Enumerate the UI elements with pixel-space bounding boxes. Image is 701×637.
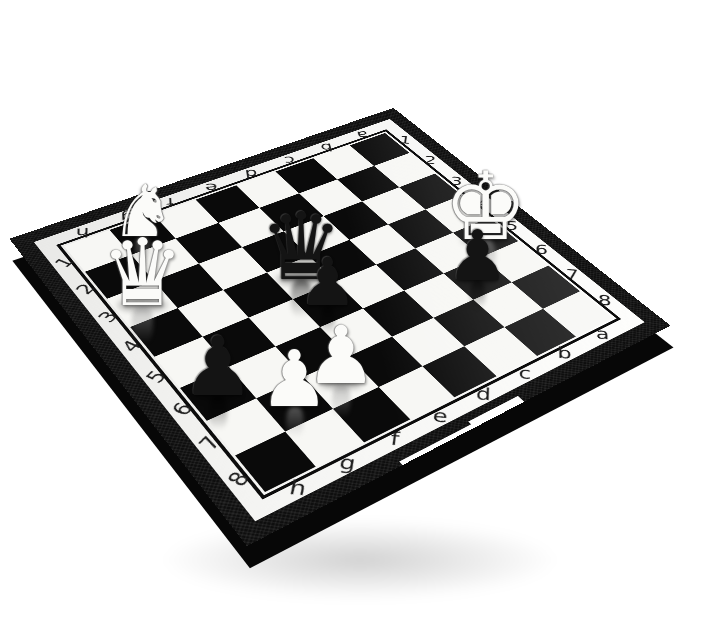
coord-file-top-c: c: [283, 154, 296, 165]
coord-rank-right-1: 1: [398, 135, 411, 146]
coord-file-bottom-h: h: [288, 477, 308, 498]
coord-rank-right-5: 5: [505, 219, 518, 232]
coord-file-top-a: a: [355, 129, 369, 140]
chess-set-product-photo: hgfedcbahgfedcba1234567812345678 ♚♛♞♟♟♛♟…: [0, 0, 701, 637]
coord-rank-right-2: 2: [423, 155, 436, 166]
coord-rank-right-4: 4: [477, 197, 490, 209]
coord-rank-right-7: 7: [565, 267, 579, 281]
coord-file-bottom-b: b: [557, 345, 572, 361]
coord-file-bottom-c: c: [518, 364, 531, 381]
coord-file-bottom-d: d: [475, 385, 491, 403]
board-floor-shadow: [160, 520, 560, 600]
coord-file-top-d: d: [244, 168, 258, 180]
coord-file-bottom-f: f: [389, 429, 400, 448]
coord-file-top-g: g: [120, 210, 134, 223]
coord-rank-right-6: 6: [535, 243, 548, 256]
coord-file-top-f: f: [166, 196, 174, 208]
coord-file-bottom-e: e: [432, 407, 448, 425]
chess-board: hgfedcbahgfedcba1234567812345678: [9, 108, 670, 546]
coord-file-top-h: h: [75, 226, 89, 240]
coord-file-top-e: e: [204, 181, 218, 193]
coord-rank-right-3: 3: [450, 175, 463, 187]
coord-file-bottom-a: a: [595, 326, 609, 342]
coord-file-top-b: b: [319, 142, 333, 153]
coord-file-bottom-g: g: [338, 453, 357, 473]
coord-rank-right-8: 8: [597, 293, 611, 308]
board-grid: [64, 133, 613, 492]
